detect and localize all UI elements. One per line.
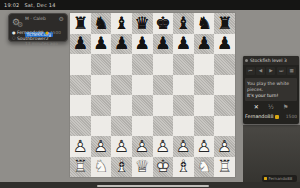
black-pawn[interactable]: ♟: [153, 34, 174, 55]
desktop: 19:02 Sat, Dec 14 ⚙⚙ ⚙ M · Caleb lichess…: [0, 0, 300, 188]
draw-button[interactable]: ½: [268, 104, 274, 110]
black-pawn[interactable]: ♟: [173, 34, 194, 55]
game-actions: ✕ ½ ⚑: [243, 101, 299, 112]
square-e4[interactable]: [153, 95, 174, 116]
black-king[interactable]: ♚: [153, 13, 174, 34]
black-pawn[interactable]: ♟: [194, 34, 215, 55]
square-h5[interactable]: [214, 75, 235, 96]
board-menu-button[interactable]: ▦: [287, 67, 296, 75]
toast-flair-icon: [264, 177, 267, 180]
square-g5[interactable]: [194, 75, 215, 96]
square-g3[interactable]: [194, 116, 215, 137]
square-g7[interactable]: ♟: [194, 34, 215, 55]
white-queen[interactable]: ♛♕: [132, 157, 153, 178]
square-h1[interactable]: ♜♖: [214, 157, 235, 178]
square-f5[interactable]: [173, 75, 194, 96]
black-queen[interactable]: ♛: [132, 13, 153, 34]
selected-radio-icon: ●: [12, 31, 16, 35]
game-side-panel: Stockfish level 3 ⏮ ◀ ▶ ⏭ ▦ You play the…: [243, 56, 299, 124]
black-bishop[interactable]: ♝: [111, 13, 132, 34]
black-bishop[interactable]: ♝: [173, 13, 194, 34]
status-dot-icon: ●: [45, 31, 49, 35]
square-h3[interactable]: [214, 116, 235, 137]
white-pawn[interactable]: ♟♙: [194, 136, 215, 157]
square-c8[interactable]: ♝: [111, 13, 132, 34]
square-c3[interactable]: [111, 116, 132, 137]
square-c4[interactable]: [111, 95, 132, 116]
square-f4[interactable]: [173, 95, 194, 116]
black-knight[interactable]: ♞: [91, 13, 112, 34]
square-e5[interactable]: [153, 75, 174, 96]
abort-button[interactable]: ✕: [254, 104, 259, 110]
white-bishop[interactable]: ♝♗: [173, 157, 194, 178]
window-drag-handle[interactable]: [97, 185, 209, 187]
square-b8[interactable]: ♞: [91, 13, 112, 34]
white-bishop[interactable]: ♝♗: [111, 157, 132, 178]
square-e6[interactable]: [153, 54, 174, 75]
square-a8[interactable]: ♜: [70, 13, 91, 34]
black-pawn[interactable]: ♟: [70, 34, 91, 55]
notification-timestamp: 13 minutes ago: [25, 41, 61, 46]
white-rook[interactable]: ♜♖: [214, 157, 235, 178]
square-e8[interactable]: ♚: [153, 13, 174, 34]
square-h6[interactable]: [214, 54, 235, 75]
square-f6[interactable]: [173, 54, 194, 75]
white-pawn[interactable]: ♟♙: [173, 136, 194, 157]
white-rook[interactable]: ♜♖: [70, 157, 91, 178]
first-move-button[interactable]: ⏮: [246, 67, 255, 75]
chess-board[interactable]: ♜♞♝♛♚♝♞♜♟♟♟♟♟♟♟♟♟♙♟♙♟♙♟♙♟♙♟♙♟♙♟♙♜♖♞♘♝♗♛♕…: [70, 13, 235, 177]
white-pawn[interactable]: ♟♙: [153, 136, 174, 157]
square-d2[interactable]: ♟♙: [132, 136, 153, 157]
square-c7[interactable]: ♟: [111, 34, 132, 55]
message-line2: It's your turn!: [247, 93, 295, 99]
unselected-radio-icon: ○: [12, 36, 16, 40]
square-h4[interactable]: [214, 95, 235, 116]
square-h2[interactable]: ♟♙: [214, 136, 235, 157]
square-d1[interactable]: ♛♕: [132, 157, 153, 178]
square-e2[interactable]: ♟♙: [153, 136, 174, 157]
replay-controls: ⏮ ◀ ▶ ⏭ ▦: [243, 65, 299, 76]
message-line1: You play the white pieces.: [247, 81, 295, 93]
square-d3[interactable]: [132, 116, 153, 137]
square-g1[interactable]: ♞♘: [194, 157, 215, 178]
square-g6[interactable]: [194, 54, 215, 75]
player-bar: Fernando88 1500: [243, 112, 299, 121]
square-e3[interactable]: [153, 116, 174, 137]
white-king[interactable]: ♚♔: [153, 157, 174, 178]
square-h8[interactable]: ♜: [214, 13, 235, 34]
square-a3[interactable]: [70, 116, 91, 137]
square-h7[interactable]: ♟: [214, 34, 235, 55]
square-c6[interactable]: [111, 54, 132, 75]
opponent-name: Stockfish level 3: [250, 58, 287, 63]
square-f7[interactable]: ♟: [173, 34, 194, 55]
square-c5[interactable]: [111, 75, 132, 96]
white-knight[interactable]: ♞♘: [91, 157, 112, 178]
square-e1[interactable]: ♚♔: [153, 157, 174, 178]
black-pawn[interactable]: ♟: [91, 34, 112, 55]
black-pawn[interactable]: ♟: [132, 34, 153, 55]
square-g4[interactable]: [194, 95, 215, 116]
square-d4[interactable]: [132, 95, 153, 116]
square-a1[interactable]: ♜♖: [70, 157, 91, 178]
white-pawn[interactable]: ♟♙: [91, 136, 112, 157]
turn-message-box: You play the white pieces. It's your tur…: [245, 78, 297, 101]
square-b4[interactable]: [91, 95, 112, 116]
square-d5[interactable]: [132, 75, 153, 96]
notification-popover[interactable]: ⚙⚙ ⚙ M · Caleb lichess.org 13 minutes ag…: [8, 13, 68, 42]
square-b3[interactable]: [91, 116, 112, 137]
black-pawn[interactable]: ♟: [214, 34, 235, 55]
resign-button[interactable]: ⚑: [283, 104, 288, 110]
notification-title: M · Caleb: [25, 16, 61, 21]
square-e7[interactable]: ♟: [153, 34, 174, 55]
square-a7[interactable]: ♟: [70, 34, 91, 55]
black-rook[interactable]: ♜: [70, 13, 91, 34]
player-name: Fernando88: [245, 114, 273, 119]
prev-move-button[interactable]: ◀: [256, 67, 265, 75]
square-a5[interactable]: [70, 75, 91, 96]
black-pawn[interactable]: ♟: [111, 34, 132, 55]
opponent-status-icon: [245, 59, 248, 62]
square-c1[interactable]: ♝♗: [111, 157, 132, 178]
square-b6[interactable]: [91, 54, 112, 75]
square-b5[interactable]: [91, 75, 112, 96]
white-pawn[interactable]: ♟♙: [111, 136, 132, 157]
date[interactable]: Sat, Dec 14: [24, 2, 55, 8]
black-knight[interactable]: ♞: [194, 13, 215, 34]
square-f8[interactable]: ♝: [173, 13, 194, 34]
mini-toast[interactable]: Fernando88: [262, 175, 297, 182]
opponent-bar: Stockfish level 3: [243, 56, 299, 65]
account-row-southbrower2[interactable]: ○ Southbrower2: [12, 36, 66, 42]
next-move-button[interactable]: ▶: [266, 67, 275, 75]
square-b7[interactable]: ♟: [91, 34, 112, 55]
clock[interactable]: 19:02: [4, 2, 19, 8]
square-a4[interactable]: [70, 95, 91, 116]
square-g8[interactable]: ♞: [194, 13, 215, 34]
white-pawn[interactable]: ♟♙: [70, 136, 91, 157]
square-a6[interactable]: [70, 54, 91, 75]
black-rook[interactable]: ♜: [214, 13, 235, 34]
square-f2[interactable]: ♟♙: [173, 136, 194, 157]
account-row-fernando88[interactable]: ● Fernando88 ● 1500: [12, 30, 66, 36]
gnome-top-bar[interactable]: 19:02 Sat, Dec 14: [0, 0, 300, 10]
gears-icon: ⚙⚙: [12, 18, 24, 30]
toast-text: Fernando88: [269, 176, 293, 181]
square-b1[interactable]: ♞♘: [91, 157, 112, 178]
player-rating: 1500: [286, 114, 297, 119]
player-flair-icon: [275, 115, 279, 119]
square-a2[interactable]: ♟♙: [70, 136, 91, 157]
white-knight[interactable]: ♞♘: [194, 157, 215, 178]
white-pawn[interactable]: ♟♙: [132, 136, 153, 157]
square-g2[interactable]: ♟♙: [194, 136, 215, 157]
square-b2[interactable]: ♟♙: [91, 136, 112, 157]
square-d6[interactable]: [132, 54, 153, 75]
white-pawn[interactable]: ♟♙: [214, 136, 235, 157]
last-move-button[interactable]: ⏭: [277, 67, 286, 75]
square-f1[interactable]: ♝♗: [173, 157, 194, 178]
square-d7[interactable]: ♟: [132, 34, 153, 55]
square-d8[interactable]: ♛: [132, 13, 153, 34]
square-c2[interactable]: ♟♙: [111, 136, 132, 157]
square-f3[interactable]: [173, 116, 194, 137]
